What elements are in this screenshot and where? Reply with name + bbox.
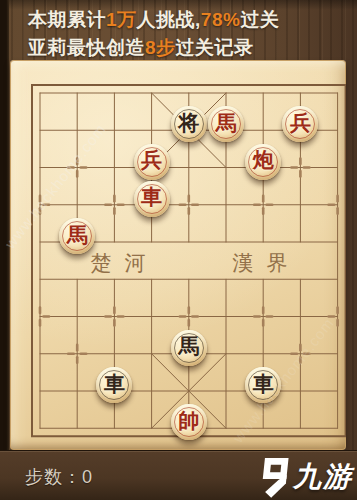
left-wood-edge <box>0 0 9 500</box>
piece-character: 帥 <box>178 411 199 432</box>
piece-character: 車 <box>253 374 274 395</box>
piece-black-chariot[interactable]: 車 <box>245 367 281 403</box>
challenge-stats-line: 本期累计1万人挑战,78%过关 <box>28 7 348 33</box>
piece-character: 馬 <box>216 113 237 134</box>
step-counter-label: 步数： <box>25 467 82 487</box>
stats-text: 过关 <box>240 9 279 30</box>
piece-character: 馬 <box>178 336 199 357</box>
piece-red-horse[interactable]: 馬 <box>59 218 95 254</box>
stats-count-highlight: 1万 <box>106 9 137 30</box>
xiangqi-board[interactable]: 楚河 漢界 将馬兵兵炮車馬馬車車帥 <box>10 60 346 450</box>
piece-red-cannon[interactable]: 炮 <box>245 144 281 180</box>
piece-black-horse[interactable]: 馬 <box>171 330 207 366</box>
step-counter-value: 0 <box>82 467 93 487</box>
record-steps-highlight: 8步 <box>145 37 176 58</box>
record-text: 亚莉最快创造 <box>28 37 145 58</box>
9game-logo: 九游 <box>256 453 353 500</box>
stats-text: 人挑战, <box>137 9 201 30</box>
piece-character: 車 <box>104 374 125 395</box>
piece-character: 将 <box>178 113 199 134</box>
piece-red-horse[interactable]: 馬 <box>208 106 244 142</box>
piece-character: 車 <box>141 187 162 208</box>
piece-red-general[interactable]: 帥 <box>171 404 207 440</box>
piece-character: 兵 <box>290 113 311 134</box>
record-line: 亚莉最快创造8步过关记录 <box>28 35 348 61</box>
river-label-chu: 楚河 <box>78 249 159 277</box>
stats-percent-highlight: 78% <box>201 9 241 30</box>
piece-red-soldier[interactable]: 兵 <box>134 144 170 180</box>
bottom-bar: 步数：0 九游 <box>0 450 357 500</box>
record-text: 过关记录 <box>176 37 254 58</box>
piece-character: 炮 <box>253 150 274 171</box>
9game-logo-text: 九游 <box>293 458 353 496</box>
step-counter: 步数：0 <box>25 465 93 489</box>
piece-red-chariot[interactable]: 車 <box>134 181 170 217</box>
stats-text: 本期累计 <box>28 9 106 30</box>
9game-logo-icon <box>256 453 290 500</box>
app-screen: 本期累计1万人挑战,78%过关 亚莉最快创造8步过关记录 楚河 漢界 将馬兵兵炮… <box>0 0 357 500</box>
piece-black-general[interactable]: 将 <box>171 106 207 142</box>
river-label-han: 漢界 <box>220 249 301 277</box>
piece-character: 兵 <box>141 150 162 171</box>
piece-character: 馬 <box>67 225 88 246</box>
